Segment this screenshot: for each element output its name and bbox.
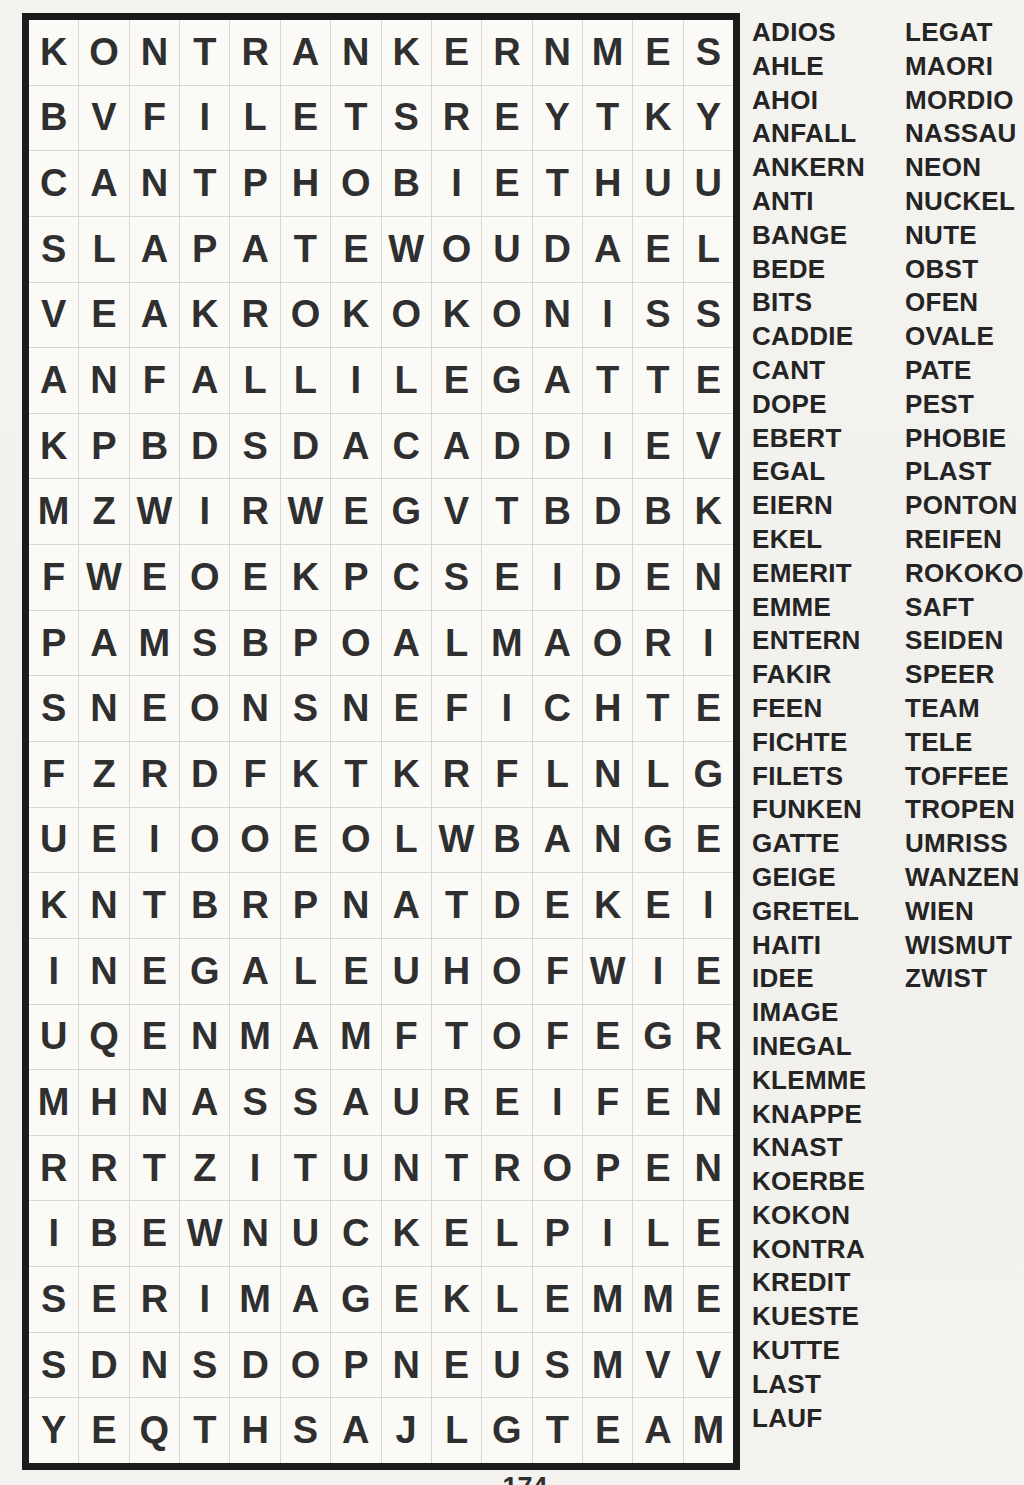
grid-cell-r6c4[interactable]: A — [180, 348, 229, 413]
grid-cell-r2c12[interactable]: T — [583, 86, 632, 151]
grid-cell-r15c1[interactable]: I — [29, 939, 78, 1004]
grid-cell-r16c3[interactable]: E — [130, 1005, 179, 1070]
grid-cell-r3c10[interactable]: E — [482, 151, 531, 216]
grid-cell-r21c8[interactable]: N — [382, 1333, 431, 1398]
grid-cell-r11c7[interactable]: N — [331, 676, 380, 741]
grid-cell-r3c2[interactable]: A — [79, 151, 128, 216]
grid-cell-r10c14[interactable]: I — [684, 611, 733, 676]
grid-cell-r18c6[interactable]: T — [281, 1136, 330, 1201]
grid-cell-r3c14[interactable]: U — [684, 151, 733, 216]
grid-cell-r17c11[interactable]: I — [533, 1070, 582, 1135]
grid-cell-r20c13[interactable]: M — [633, 1267, 682, 1332]
grid-cell-r12c11[interactable]: L — [533, 742, 582, 807]
grid-cell-r13c6[interactable]: E — [281, 808, 330, 873]
grid-cell-r9c7[interactable]: P — [331, 545, 380, 610]
grid-cell-r14c2[interactable]: N — [79, 873, 128, 938]
grid-cell-r2c9[interactable]: R — [432, 86, 481, 151]
grid-cell-r3c6[interactable]: H — [281, 151, 330, 216]
grid-cell-r6c3[interactable]: F — [130, 348, 179, 413]
grid-cell-r22c10[interactable]: G — [482, 1398, 531, 1463]
grid-cell-r15c11[interactable]: F — [533, 939, 582, 1004]
grid-cell-r19c8[interactable]: K — [382, 1201, 431, 1266]
grid-cell-r3c13[interactable]: U — [633, 151, 682, 216]
grid-cell-r2c6[interactable]: E — [281, 86, 330, 151]
grid-cell-r17c7[interactable]: A — [331, 1070, 380, 1135]
grid-cell-r6c12[interactable]: T — [583, 348, 632, 413]
grid-cell-r6c11[interactable]: A — [533, 348, 582, 413]
grid-cell-r13c14[interactable]: E — [684, 808, 733, 873]
grid-cell-r1c6[interactable]: A — [281, 20, 330, 85]
grid-cell-r22c8[interactable]: J — [382, 1398, 431, 1463]
grid-cell-r21c11[interactable]: S — [533, 1333, 582, 1398]
grid-cell-r9c5[interactable]: E — [230, 545, 279, 610]
grid-cell-r12c6[interactable]: K — [281, 742, 330, 807]
grid-cell-r13c3[interactable]: I — [130, 808, 179, 873]
grid-cell-r6c9[interactable]: E — [432, 348, 481, 413]
grid-cell-r12c14[interactable]: G — [684, 742, 733, 807]
grid-cell-r19c4[interactable]: W — [180, 1201, 229, 1266]
grid-cell-r21c4[interactable]: S — [180, 1333, 229, 1398]
grid-cell-r11c6[interactable]: S — [281, 676, 330, 741]
grid-cell-r5c2[interactable]: E — [79, 283, 128, 348]
grid-cell-r10c2[interactable]: A — [79, 611, 128, 676]
grid-cell-r19c7[interactable]: C — [331, 1201, 380, 1266]
grid-cell-r1c3[interactable]: N — [130, 20, 179, 85]
grid-cell-r22c12[interactable]: E — [583, 1398, 632, 1463]
grid-cell-r4c14[interactable]: L — [684, 217, 733, 282]
grid-cell-r12c10[interactable]: F — [482, 742, 531, 807]
grid-cell-r7c2[interactable]: P — [79, 414, 128, 479]
grid-cell-r2c13[interactable]: K — [633, 86, 682, 151]
grid-cell-r14c10[interactable]: D — [482, 873, 531, 938]
grid-cell-r2c1[interactable]: B — [29, 86, 78, 151]
grid-cell-r8c5[interactable]: R — [230, 479, 279, 544]
grid-cell-r5c8[interactable]: O — [382, 283, 431, 348]
grid-cell-r7c7[interactable]: A — [331, 414, 380, 479]
grid-cell-r8c6[interactable]: W — [281, 479, 330, 544]
grid-cell-r21c7[interactable]: P — [331, 1333, 380, 1398]
grid-cell-r4c13[interactable]: E — [633, 217, 682, 282]
grid-cell-r20c9[interactable]: K — [432, 1267, 481, 1332]
grid-cell-r2c10[interactable]: E — [482, 86, 531, 151]
grid-cell-r5c7[interactable]: K — [331, 283, 380, 348]
grid-cell-r8c3[interactable]: W — [130, 479, 179, 544]
grid-cell-r17c8[interactable]: U — [382, 1070, 431, 1135]
grid-cell-r7c14[interactable]: V — [684, 414, 733, 479]
grid-cell-r18c8[interactable]: N — [382, 1136, 431, 1201]
grid-cell-r16c7[interactable]: M — [331, 1005, 380, 1070]
grid-cell-r2c7[interactable]: T — [331, 86, 380, 151]
grid-cell-r15c13[interactable]: I — [633, 939, 682, 1004]
grid-cell-r12c1[interactable]: F — [29, 742, 78, 807]
grid-cell-r8c13[interactable]: B — [633, 479, 682, 544]
grid-cell-r22c2[interactable]: E — [79, 1398, 128, 1463]
grid-cell-r10c4[interactable]: S — [180, 611, 229, 676]
grid-cell-r17c13[interactable]: E — [633, 1070, 682, 1135]
grid-cell-r9c13[interactable]: E — [633, 545, 682, 610]
grid-cell-r18c2[interactable]: R — [79, 1136, 128, 1201]
grid-cell-r16c1[interactable]: U — [29, 1005, 78, 1070]
grid-cell-r13c2[interactable]: E — [79, 808, 128, 873]
grid-cell-r15c12[interactable]: W — [583, 939, 632, 1004]
grid-cell-r6c8[interactable]: L — [382, 348, 431, 413]
grid-cell-r19c10[interactable]: L — [482, 1201, 531, 1266]
grid-cell-r21c5[interactable]: D — [230, 1333, 279, 1398]
grid-cell-r17c10[interactable]: E — [482, 1070, 531, 1135]
grid-cell-r4c11[interactable]: D — [533, 217, 582, 282]
grid-cell-r16c4[interactable]: N — [180, 1005, 229, 1070]
grid-cell-r11c3[interactable]: E — [130, 676, 179, 741]
grid-cell-r18c3[interactable]: T — [130, 1136, 179, 1201]
grid-cell-r16c8[interactable]: F — [382, 1005, 431, 1070]
grid-cell-r3c12[interactable]: H — [583, 151, 632, 216]
grid-cell-r15c14[interactable]: E — [684, 939, 733, 1004]
grid-cell-r8c11[interactable]: B — [533, 479, 582, 544]
grid-cell-r17c12[interactable]: F — [583, 1070, 632, 1135]
grid-cell-r13c4[interactable]: O — [180, 808, 229, 873]
grid-cell-r16c12[interactable]: E — [583, 1005, 632, 1070]
grid-cell-r8c14[interactable]: K — [684, 479, 733, 544]
grid-cell-r7c8[interactable]: C — [382, 414, 431, 479]
grid-cell-r10c1[interactable]: P — [29, 611, 78, 676]
grid-cell-r14c3[interactable]: T — [130, 873, 179, 938]
grid-cell-r8c1[interactable]: M — [29, 479, 78, 544]
grid-cell-r20c5[interactable]: M — [230, 1267, 279, 1332]
grid-cell-r13c8[interactable]: L — [382, 808, 431, 873]
grid-cell-r8c10[interactable]: T — [482, 479, 531, 544]
grid-cell-r8c12[interactable]: D — [583, 479, 632, 544]
grid-cell-r7c12[interactable]: I — [583, 414, 632, 479]
grid-cell-r22c1[interactable]: Y — [29, 1398, 78, 1463]
grid-cell-r1c5[interactable]: R — [230, 20, 279, 85]
grid-cell-r12c12[interactable]: N — [583, 742, 632, 807]
grid-cell-r8c7[interactable]: E — [331, 479, 380, 544]
grid-cell-r22c3[interactable]: Q — [130, 1398, 179, 1463]
grid-cell-r18c10[interactable]: R — [482, 1136, 531, 1201]
grid-cell-r16c10[interactable]: O — [482, 1005, 531, 1070]
grid-cell-r5c9[interactable]: K — [432, 283, 481, 348]
grid-cell-r10c9[interactable]: L — [432, 611, 481, 676]
grid-cell-r17c1[interactable]: M — [29, 1070, 78, 1135]
grid-cell-r4c9[interactable]: O — [432, 217, 481, 282]
grid-cell-r5c10[interactable]: O — [482, 283, 531, 348]
grid-cell-r22c9[interactable]: L — [432, 1398, 481, 1463]
grid-cell-r7c3[interactable]: B — [130, 414, 179, 479]
grid-cell-r7c11[interactable]: D — [533, 414, 582, 479]
grid-cell-r10c11[interactable]: A — [533, 611, 582, 676]
grid-cell-r15c7[interactable]: E — [331, 939, 380, 1004]
grid-cell-r4c10[interactable]: U — [482, 217, 531, 282]
grid-cell-r4c8[interactable]: W — [382, 217, 431, 282]
grid-cell-r1c9[interactable]: E — [432, 20, 481, 85]
grid-cell-r11c13[interactable]: T — [633, 676, 682, 741]
grid-cell-r8c8[interactable]: G — [382, 479, 431, 544]
grid-cell-r15c2[interactable]: N — [79, 939, 128, 1004]
grid-cell-r7c4[interactable]: D — [180, 414, 229, 479]
grid-cell-r16c6[interactable]: A — [281, 1005, 330, 1070]
grid-cell-r11c5[interactable]: N — [230, 676, 279, 741]
grid-cell-r13c10[interactable]: B — [482, 808, 531, 873]
grid-cell-r15c9[interactable]: H — [432, 939, 481, 1004]
grid-cell-r12c9[interactable]: R — [432, 742, 481, 807]
grid-cell-r8c4[interactable]: I — [180, 479, 229, 544]
grid-cell-r21c6[interactable]: O — [281, 1333, 330, 1398]
grid-cell-r21c2[interactable]: D — [79, 1333, 128, 1398]
grid-cell-r3c5[interactable]: P — [230, 151, 279, 216]
grid-cell-r18c5[interactable]: I — [230, 1136, 279, 1201]
grid-cell-r13c13[interactable]: G — [633, 808, 682, 873]
grid-cell-r8c2[interactable]: Z — [79, 479, 128, 544]
grid-cell-r6c10[interactable]: G — [482, 348, 531, 413]
grid-cell-r14c4[interactable]: B — [180, 873, 229, 938]
grid-cell-r1c7[interactable]: N — [331, 20, 380, 85]
grid-cell-r8c9[interactable]: V — [432, 479, 481, 544]
grid-cell-r14c1[interactable]: K — [29, 873, 78, 938]
grid-cell-r17c5[interactable]: S — [230, 1070, 279, 1135]
grid-cell-r4c5[interactable]: A — [230, 217, 279, 282]
grid-cell-r9c12[interactable]: D — [583, 545, 632, 610]
grid-cell-r7c5[interactable]: S — [230, 414, 279, 479]
grid-cell-r6c7[interactable]: I — [331, 348, 380, 413]
grid-cell-r10c10[interactable]: M — [482, 611, 531, 676]
grid-cell-r13c1[interactable]: U — [29, 808, 78, 873]
grid-cell-r22c11[interactable]: T — [533, 1398, 582, 1463]
grid-cell-r2c4[interactable]: I — [180, 86, 229, 151]
grid-cell-r9c8[interactable]: C — [382, 545, 431, 610]
grid-cell-r7c1[interactable]: K — [29, 414, 78, 479]
grid-cell-r19c5[interactable]: N — [230, 1201, 279, 1266]
grid-cell-r4c6[interactable]: T — [281, 217, 330, 282]
grid-cell-r2c3[interactable]: F — [130, 86, 179, 151]
grid-cell-r17c9[interactable]: R — [432, 1070, 481, 1135]
grid-cell-r2c8[interactable]: S — [382, 86, 431, 151]
grid-cell-r17c2[interactable]: H — [79, 1070, 128, 1135]
grid-cell-r11c10[interactable]: I — [482, 676, 531, 741]
grid-cell-r16c13[interactable]: G — [633, 1005, 682, 1070]
grid-cell-r12c8[interactable]: K — [382, 742, 431, 807]
grid-cell-r18c14[interactable]: N — [684, 1136, 733, 1201]
grid-cell-r11c9[interactable]: F — [432, 676, 481, 741]
grid-cell-r18c13[interactable]: E — [633, 1136, 682, 1201]
grid-cell-r6c13[interactable]: T — [633, 348, 682, 413]
grid-cell-r11c4[interactable]: O — [180, 676, 229, 741]
grid-cell-r10c3[interactable]: M — [130, 611, 179, 676]
grid-cell-r18c9[interactable]: T — [432, 1136, 481, 1201]
grid-cell-r10c12[interactable]: O — [583, 611, 632, 676]
grid-cell-r4c3[interactable]: A — [130, 217, 179, 282]
grid-cell-r1c12[interactable]: M — [583, 20, 632, 85]
grid-cell-r21c1[interactable]: S — [29, 1333, 78, 1398]
grid-cell-r12c4[interactable]: D — [180, 742, 229, 807]
grid-cell-r2c5[interactable]: L — [230, 86, 279, 151]
grid-cell-r3c8[interactable]: B — [382, 151, 431, 216]
grid-cell-r21c9[interactable]: E — [432, 1333, 481, 1398]
grid-cell-r13c5[interactable]: O — [230, 808, 279, 873]
grid-cell-r5c6[interactable]: O — [281, 283, 330, 348]
grid-cell-r6c14[interactable]: E — [684, 348, 733, 413]
grid-cell-r12c2[interactable]: Z — [79, 742, 128, 807]
grid-cell-r10c8[interactable]: A — [382, 611, 431, 676]
grid-cell-r19c3[interactable]: E — [130, 1201, 179, 1266]
grid-cell-r21c13[interactable]: V — [633, 1333, 682, 1398]
grid-cell-r3c11[interactable]: T — [533, 151, 582, 216]
grid-cell-r7c9[interactable]: A — [432, 414, 481, 479]
grid-cell-r19c14[interactable]: E — [684, 1201, 733, 1266]
grid-cell-r20c2[interactable]: E — [79, 1267, 128, 1332]
grid-cell-r22c6[interactable]: S — [281, 1398, 330, 1463]
grid-cell-r9c9[interactable]: S — [432, 545, 481, 610]
grid-cell-r19c1[interactable]: I — [29, 1201, 78, 1266]
grid-cell-r14c14[interactable]: I — [684, 873, 733, 938]
grid-cell-r15c4[interactable]: G — [180, 939, 229, 1004]
grid-cell-r18c12[interactable]: P — [583, 1136, 632, 1201]
grid-cell-r13c12[interactable]: N — [583, 808, 632, 873]
grid-cell-r14c12[interactable]: K — [583, 873, 632, 938]
grid-cell-r5c11[interactable]: N — [533, 283, 582, 348]
grid-cell-r11c8[interactable]: E — [382, 676, 431, 741]
grid-cell-r19c12[interactable]: I — [583, 1201, 632, 1266]
grid-cell-r1c14[interactable]: S — [684, 20, 733, 85]
grid-cell-r14c5[interactable]: R — [230, 873, 279, 938]
grid-cell-r15c8[interactable]: U — [382, 939, 431, 1004]
grid-cell-r3c1[interactable]: C — [29, 151, 78, 216]
grid-cell-r15c6[interactable]: L — [281, 939, 330, 1004]
grid-cell-r16c2[interactable]: Q — [79, 1005, 128, 1070]
grid-cell-r3c3[interactable]: N — [130, 151, 179, 216]
grid-cell-r11c12[interactable]: H — [583, 676, 632, 741]
grid-cell-r15c5[interactable]: A — [230, 939, 279, 1004]
grid-cell-r3c7[interactable]: O — [331, 151, 380, 216]
grid-cell-r9c4[interactable]: O — [180, 545, 229, 610]
grid-cell-r11c11[interactable]: C — [533, 676, 582, 741]
grid-cell-r20c10[interactable]: L — [482, 1267, 531, 1332]
grid-cell-r22c13[interactable]: A — [633, 1398, 682, 1463]
grid-cell-r14c13[interactable]: E — [633, 873, 682, 938]
grid-cell-r6c6[interactable]: L — [281, 348, 330, 413]
grid-cell-r6c1[interactable]: A — [29, 348, 78, 413]
grid-cell-r9c3[interactable]: E — [130, 545, 179, 610]
grid-cell-r10c5[interactable]: B — [230, 611, 279, 676]
grid-cell-r9c10[interactable]: E — [482, 545, 531, 610]
grid-cell-r4c1[interactable]: S — [29, 217, 78, 282]
grid-cell-r16c9[interactable]: T — [432, 1005, 481, 1070]
grid-cell-r7c6[interactable]: D — [281, 414, 330, 479]
grid-cell-r4c7[interactable]: E — [331, 217, 380, 282]
grid-cell-r5c4[interactable]: K — [180, 283, 229, 348]
grid-cell-r12c7[interactable]: T — [331, 742, 380, 807]
grid-cell-r9c14[interactable]: N — [684, 545, 733, 610]
grid-cell-r1c8[interactable]: K — [382, 20, 431, 85]
grid-cell-r15c3[interactable]: E — [130, 939, 179, 1004]
grid-cell-r14c9[interactable]: T — [432, 873, 481, 938]
grid-cell-r13c9[interactable]: W — [432, 808, 481, 873]
grid-cell-r20c14[interactable]: E — [684, 1267, 733, 1332]
grid-cell-r3c4[interactable]: T — [180, 151, 229, 216]
grid-cell-r14c7[interactable]: N — [331, 873, 380, 938]
grid-cell-r4c4[interactable]: P — [180, 217, 229, 282]
grid-cell-r20c8[interactable]: E — [382, 1267, 431, 1332]
grid-cell-r11c14[interactable]: E — [684, 676, 733, 741]
grid-cell-r10c13[interactable]: R — [633, 611, 682, 676]
grid-cell-r9c2[interactable]: W — [79, 545, 128, 610]
grid-cell-r20c7[interactable]: G — [331, 1267, 380, 1332]
grid-cell-r22c5[interactable]: H — [230, 1398, 279, 1463]
grid-cell-r9c11[interactable]: I — [533, 545, 582, 610]
grid-cell-r17c4[interactable]: A — [180, 1070, 229, 1135]
grid-cell-r1c1[interactable]: K — [29, 20, 78, 85]
grid-cell-r3c9[interactable]: I — [432, 151, 481, 216]
grid-cell-r2c11[interactable]: Y — [533, 86, 582, 151]
grid-cell-r4c12[interactable]: A — [583, 217, 632, 282]
grid-cell-r22c14[interactable]: M — [684, 1398, 733, 1463]
grid-cell-r16c14[interactable]: R — [684, 1005, 733, 1070]
grid-cell-r6c2[interactable]: N — [79, 348, 128, 413]
grid-cell-r9c1[interactable]: F — [29, 545, 78, 610]
grid-cell-r17c6[interactable]: S — [281, 1070, 330, 1135]
grid-cell-r19c2[interactable]: B — [79, 1201, 128, 1266]
grid-cell-r1c11[interactable]: N — [533, 20, 582, 85]
grid-cell-r2c14[interactable]: Y — [684, 86, 733, 151]
grid-cell-r21c12[interactable]: M — [583, 1333, 632, 1398]
grid-cell-r5c1[interactable]: V — [29, 283, 78, 348]
grid-cell-r18c4[interactable]: Z — [180, 1136, 229, 1201]
grid-cell-r12c3[interactable]: R — [130, 742, 179, 807]
grid-cell-r18c11[interactable]: O — [533, 1136, 582, 1201]
grid-cell-r19c6[interactable]: U — [281, 1201, 330, 1266]
grid-cell-r10c7[interactable]: O — [331, 611, 380, 676]
grid-cell-r20c11[interactable]: E — [533, 1267, 582, 1332]
grid-cell-r20c12[interactable]: M — [583, 1267, 632, 1332]
grid-cell-r20c1[interactable]: S — [29, 1267, 78, 1332]
grid-cell-r5c12[interactable]: I — [583, 283, 632, 348]
grid-cell-r14c8[interactable]: A — [382, 873, 431, 938]
grid-cell-r15c10[interactable]: O — [482, 939, 531, 1004]
grid-cell-r17c3[interactable]: N — [130, 1070, 179, 1135]
grid-cell-r22c7[interactable]: A — [331, 1398, 380, 1463]
grid-cell-r21c10[interactable]: U — [482, 1333, 531, 1398]
grid-cell-r6c5[interactable]: L — [230, 348, 279, 413]
grid-cell-r1c13[interactable]: E — [633, 20, 682, 85]
grid-cell-r18c1[interactable]: R — [29, 1136, 78, 1201]
grid-cell-r9c6[interactable]: K — [281, 545, 330, 610]
grid-cell-r1c10[interactable]: R — [482, 20, 531, 85]
grid-cell-r5c5[interactable]: R — [230, 283, 279, 348]
grid-cell-r21c3[interactable]: N — [130, 1333, 179, 1398]
grid-cell-r19c9[interactable]: E — [432, 1201, 481, 1266]
grid-cell-r20c3[interactable]: R — [130, 1267, 179, 1332]
grid-cell-r19c11[interactable]: P — [533, 1201, 582, 1266]
grid-cell-r13c7[interactable]: O — [331, 808, 380, 873]
grid-cell-r20c6[interactable]: A — [281, 1267, 330, 1332]
grid-cell-r14c6[interactable]: P — [281, 873, 330, 938]
grid-cell-r7c13[interactable]: E — [633, 414, 682, 479]
grid-cell-r1c2[interactable]: O — [79, 20, 128, 85]
grid-cell-r20c4[interactable]: I — [180, 1267, 229, 1332]
grid-cell-r12c5[interactable]: F — [230, 742, 279, 807]
grid-cell-r11c2[interactable]: N — [79, 676, 128, 741]
grid-cell-r16c11[interactable]: F — [533, 1005, 582, 1070]
grid-cell-r5c14[interactable]: S — [684, 283, 733, 348]
grid-cell-r19c13[interactable]: L — [633, 1201, 682, 1266]
grid-cell-r5c13[interactable]: S — [633, 283, 682, 348]
grid-cell-r5c3[interactable]: A — [130, 283, 179, 348]
grid-cell-r1c4[interactable]: T — [180, 20, 229, 85]
grid-cell-r22c4[interactable]: T — [180, 1398, 229, 1463]
grid-cell-r4c2[interactable]: L — [79, 217, 128, 282]
grid-cell-r17c14[interactable]: N — [684, 1070, 733, 1135]
grid-cell-r12c13[interactable]: L — [633, 742, 682, 807]
grid-cell-r7c10[interactable]: D — [482, 414, 531, 479]
